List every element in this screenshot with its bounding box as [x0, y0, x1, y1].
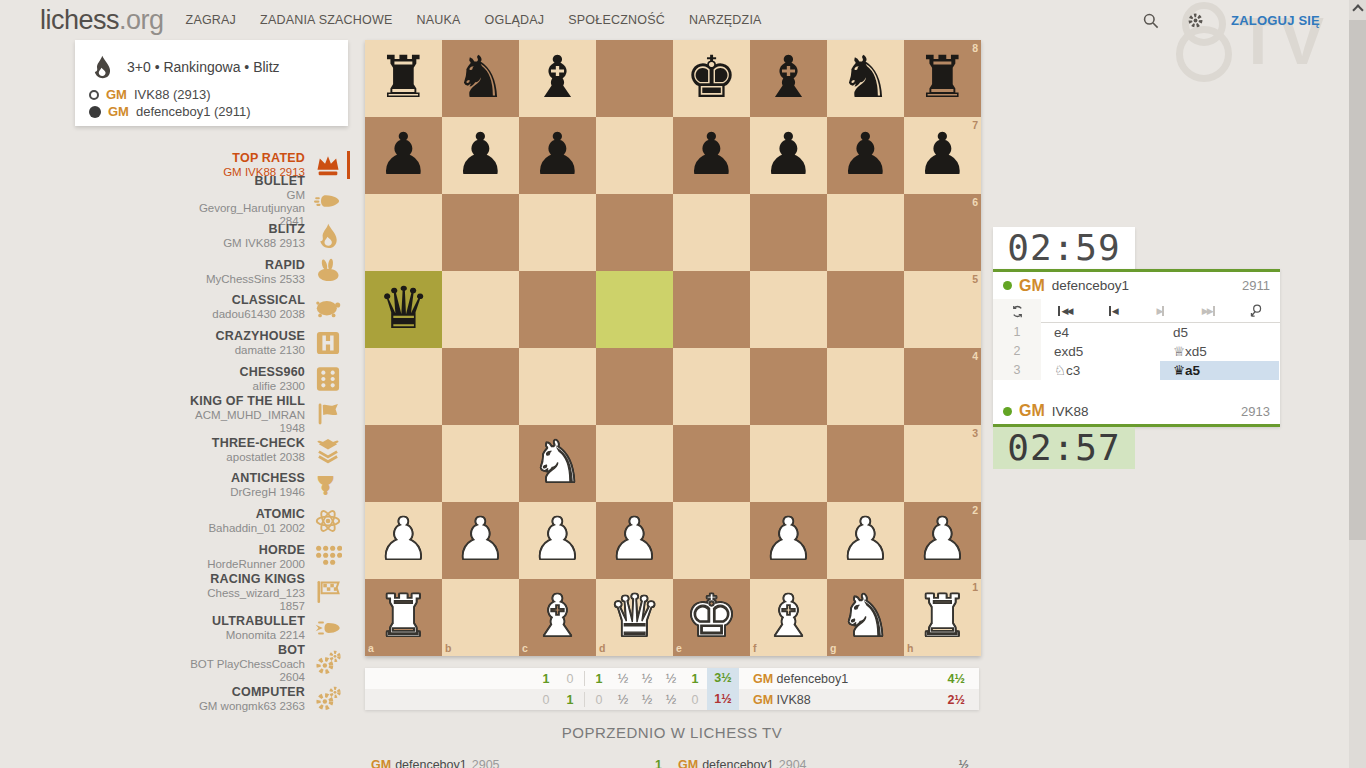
game-result: ½ — [959, 758, 969, 768]
player-rating: 2904 — [779, 758, 807, 768]
three-layers-icon — [314, 436, 342, 464]
ultrabullet-icon — [314, 614, 342, 642]
channel-racing-kings[interactable]: RACING KINGSChess_wizard_123 1857 — [180, 577, 348, 607]
black-bishop[interactable]: ♝ — [519, 40, 596, 117]
gear-icon[interactable] — [1186, 11, 1205, 30]
atom-icon — [314, 507, 342, 535]
player-name: defenceboy1 — [395, 758, 467, 768]
white-move[interactable]: exd5 — [1041, 342, 1160, 361]
square-b3[interactable] — [442, 425, 519, 502]
black-pawn[interactable]: ♟ — [365, 117, 442, 194]
move-toolbar: ◀◀ ◀ ▶ ▶▶ — [993, 299, 1280, 323]
match-score-strip: 101½½½13½GM defenceboy14½010½½½01½GM IVK… — [365, 668, 979, 710]
square-e2[interactable] — [673, 502, 750, 579]
square-e7[interactable]: ♟ — [673, 117, 750, 194]
white-rook[interactable]: ♜ — [365, 579, 442, 656]
square-a1[interactable]: ♜a — [365, 579, 442, 656]
score-row-IVK88[interactable]: 010½½½01½GM IVK882½ — [365, 689, 979, 710]
channel-player: BOT PlayChessCoach 2604 — [180, 658, 305, 684]
black-queen[interactable]: ♛ — [365, 271, 442, 348]
black-pawn[interactable]: ♟ — [904, 117, 981, 194]
black-clock: 02:59 — [993, 227, 1135, 269]
white-pawn[interactable]: ♟ — [904, 502, 981, 579]
square-a2[interactable]: ♟ — [365, 502, 442, 579]
channel-horde[interactable]: HORDEHordeRunner 2000 — [180, 542, 348, 572]
game-result[interactable]: 0 — [587, 693, 611, 707]
analysis-board-icon[interactable] — [1232, 299, 1280, 322]
channel-label: BLITZ — [223, 222, 305, 237]
square-c2[interactable]: ♟ — [519, 502, 596, 579]
black-move[interactable]: ♕xd5 — [1160, 342, 1279, 361]
flag-icon — [314, 400, 342, 428]
file-label-e: e — [676, 642, 682, 654]
black-pawn[interactable]: ♟ — [519, 117, 596, 194]
nav-link-zadania-szachowe[interactable]: ZADANIA SZACHOWE — [260, 13, 392, 27]
online-dot-icon — [1003, 407, 1012, 416]
rank-label-6: 6 — [972, 196, 978, 208]
channel-label: COMPUTER — [199, 685, 305, 700]
nav-link-narzędzia[interactable]: NARZĘDZIA — [689, 13, 762, 27]
login-link[interactable]: ZALOGUJ SIĘ — [1231, 13, 1320, 28]
player-title: GM — [371, 758, 391, 768]
player-name: defenceboy1 — [1052, 278, 1129, 293]
move-number: 3 — [993, 361, 1041, 380]
move-row: 3♘c3♛a5 — [993, 361, 1280, 380]
player-name: defenceboy1 — [702, 758, 774, 768]
square-c3[interactable]: ♞ — [519, 425, 596, 502]
flame-icon — [314, 222, 342, 250]
square-h6[interactable]: 6 — [904, 194, 981, 271]
channel-label: RACING KINGS — [180, 572, 305, 587]
rank-label-1: 1 — [972, 581, 978, 593]
game-result[interactable]: 0 — [683, 693, 707, 707]
square-h7[interactable]: ♟7 — [904, 117, 981, 194]
checkered-flag-icon — [314, 578, 342, 606]
square-d3[interactable] — [596, 425, 673, 502]
gears-icon — [314, 649, 342, 677]
square-e5[interactable] — [673, 271, 750, 348]
black-rook[interactable]: ♜ — [365, 40, 442, 117]
channel-crazyhouse[interactable]: CRAZYHOUSEdamatte 2130 — [180, 328, 348, 358]
square-b6[interactable] — [442, 194, 519, 271]
flip-board-icon[interactable] — [993, 299, 1041, 323]
square-c6[interactable] — [519, 194, 596, 271]
nav-link-zagraj[interactable]: ZAGRAJ — [186, 13, 237, 27]
square-h3[interactable]: 3 — [904, 425, 981, 502]
move-row: 1e4d5 — [993, 323, 1280, 342]
square-h5[interactable]: 5 — [904, 271, 981, 348]
white-queen[interactable]: ♛ — [596, 579, 673, 656]
divider — [584, 692, 585, 707]
white-move[interactable]: e4 — [1041, 323, 1160, 342]
player-title: GM — [678, 758, 698, 768]
pawn-grid-icon — [314, 543, 342, 571]
channel-player: HordeRunner 2000 — [207, 558, 305, 571]
scrollbar-up-arrow-icon[interactable] — [1353, 4, 1362, 13]
square-e1[interactable]: ♚e — [673, 579, 750, 656]
channel-player: dadou61430 2038 — [212, 308, 305, 321]
white-player-name: IVK88 (2913) — [134, 87, 211, 102]
previous-games-row: GMdefenceboy129051GMdefenceboy12904½ — [365, 756, 979, 768]
square-h8[interactable]: ♜8 — [904, 40, 981, 117]
white-pawn[interactable]: ♟ — [519, 502, 596, 579]
overall-score: 4½ — [939, 672, 979, 686]
channel-player: apostatlet 2038 — [212, 451, 305, 464]
black-move[interactable]: d5 — [1160, 323, 1279, 342]
channel-label: ULTRABULLET — [212, 614, 305, 629]
square-e8[interactable]: ♚ — [673, 40, 750, 117]
game-result[interactable]: ½ — [635, 672, 659, 686]
black-player-name: defenceboy1 (2911) — [136, 104, 251, 119]
game-result[interactable]: ½ — [611, 693, 635, 707]
white-pawn[interactable]: ♟ — [365, 502, 442, 579]
square-b5[interactable] — [442, 271, 519, 348]
inverted-pawn-icon: ♟ — [314, 471, 342, 499]
square-b8[interactable]: ♞ — [442, 40, 519, 117]
square-g5[interactable] — [827, 271, 904, 348]
crown-icon — [314, 151, 342, 179]
header: lichess.org ZAGRAJZADANIA SZACHOWENAUKAO… — [0, 0, 1366, 40]
game-result[interactable]: 1 — [534, 672, 558, 686]
square-e3[interactable] — [673, 425, 750, 502]
channel-player: Monomita 2214 — [212, 629, 305, 642]
square-c5[interactable] — [519, 271, 596, 348]
square-a6[interactable] — [365, 194, 442, 271]
game-result[interactable]: 1 — [587, 672, 611, 686]
move-number: 1 — [993, 323, 1041, 342]
game-result[interactable]: 0 — [558, 672, 582, 686]
first-move-button[interactable]: ◀◀ — [1041, 299, 1089, 322]
selected-channel-bar — [347, 151, 350, 179]
rank-label-7: 7 — [972, 119, 978, 131]
black-pawn[interactable]: ♟ — [673, 117, 750, 194]
square-a8[interactable]: ♜ — [365, 40, 442, 117]
score-row-defenceboy1[interactable]: 101½½½13½GM defenceboy14½ — [365, 668, 979, 689]
channel-label: BULLET — [180, 174, 305, 189]
square-d2[interactable]: ♟ — [596, 502, 673, 579]
channel-player: damatte 2130 — [215, 344, 305, 357]
square-f1[interactable]: ♝f — [750, 579, 827, 656]
black-player-title: GM — [108, 104, 129, 119]
search-icon[interactable] — [1141, 11, 1160, 30]
file-label-d: d — [599, 642, 605, 654]
player-name[interactable]: GM IVK88 — [739, 693, 939, 707]
square-d8[interactable] — [596, 40, 673, 117]
channel-rapid[interactable]: RAPIDMyChessSins 2533 — [180, 257, 348, 287]
player-name: IVK88 — [1052, 404, 1089, 419]
black-king[interactable]: ♚ — [673, 40, 750, 117]
white-bishop[interactable]: ♝ — [519, 579, 596, 656]
game-result[interactable]: 1 — [558, 693, 582, 707]
square-f7[interactable]: ♟ — [750, 117, 827, 194]
square-c8[interactable]: ♝ — [519, 40, 596, 117]
square-a3[interactable] — [365, 425, 442, 502]
square-b2[interactable]: ♟ — [442, 502, 519, 579]
player-rating: 2911 — [1242, 278, 1270, 293]
move-list: 1e4d52exd5♕xd53♘c3♛a5 — [993, 323, 1280, 380]
game-result: 1 — [655, 758, 662, 768]
bottom-player-bar[interactable]: GM IVK88 2913 — [993, 398, 1280, 424]
black-player-line[interactable]: GM defenceboy1 (2911) — [89, 103, 334, 120]
file-label-b: b — [445, 642, 451, 654]
square-g2[interactable]: ♟ — [827, 502, 904, 579]
channel-player: Chess_wizard_123 1857 — [180, 587, 305, 613]
channel-atomic[interactable]: ATOMICBahaddin_01 2002 — [180, 506, 348, 536]
match-total: 1½ — [707, 689, 739, 710]
nav-link-oglądaj[interactable]: OGLĄDAJ — [485, 13, 545, 27]
previous-game-card[interactable]: GMdefenceboy129051 — [365, 756, 672, 768]
channel-bullet[interactable]: BULLETGM Gevorg_Harutjunyan 2841 — [180, 186, 348, 216]
next-move-button[interactable]: ▶ — [1137, 299, 1185, 322]
game-result[interactable]: ½ — [611, 672, 635, 686]
square-f5[interactable] — [750, 271, 827, 348]
channel-player: GM wongmk63 2363 — [199, 700, 305, 713]
square-a7[interactable]: ♟ — [365, 117, 442, 194]
channel-computer[interactable]: COMPUTERGM wongmk63 2363 — [180, 684, 348, 714]
square-g4[interactable] — [827, 348, 904, 425]
square-h4[interactable]: 4 — [904, 348, 981, 425]
square-f6[interactable] — [750, 194, 827, 271]
tv-channels-sidebar: TOP RATEDGM IVK88 2913BULLETGM Gevorg_Ha… — [180, 150, 348, 720]
channel-three-check[interactable]: THREE-CHECKapostatlet 2038 — [180, 435, 348, 465]
white-player-title: GM — [106, 87, 127, 102]
channel-player: Bahaddin_01 2002 — [208, 522, 305, 535]
square-d7[interactable] — [596, 117, 673, 194]
square-h2[interactable]: ♟2 — [904, 502, 981, 579]
page-scrollbar[interactable] — [1349, 0, 1366, 768]
die-icon — [314, 365, 342, 393]
white-pawn[interactable]: ♟ — [596, 502, 673, 579]
rank-label-8: 8 — [972, 42, 978, 54]
channel-label: THREE-CHECK — [212, 436, 305, 451]
nav-link-społeczność[interactable]: SPOŁECZNOŚĆ — [568, 13, 665, 27]
square-a5[interactable]: ♛ — [365, 271, 442, 348]
channel-label: CRAZYHOUSE — [215, 329, 305, 344]
top-player-bar[interactable]: GM defenceboy1 2911 — [993, 272, 1280, 299]
channel-label: TOP RATED — [223, 151, 305, 166]
match-total: 3½ — [707, 668, 739, 689]
square-a4[interactable] — [365, 348, 442, 425]
file-label-f: f — [753, 642, 757, 654]
square-b4[interactable] — [442, 348, 519, 425]
nav-link-nauka[interactable]: NAUKA — [416, 13, 460, 27]
gears-icon — [314, 685, 342, 713]
square-c7[interactable]: ♟ — [519, 117, 596, 194]
channel-bot[interactable]: BOTBOT PlayChessCoach 2604 — [180, 648, 348, 678]
white-player-line[interactable]: GM IVK88 (2913) — [89, 86, 334, 103]
channel-classical[interactable]: CLASSICALdadou61430 2038 — [180, 292, 348, 322]
square-h1[interactable]: ♜h1 — [904, 579, 981, 656]
player-name[interactable]: GM defenceboy1 — [739, 672, 939, 686]
white-color-icon — [89, 90, 99, 100]
move-number: 2 — [993, 342, 1041, 361]
square-d1[interactable]: ♛d — [596, 579, 673, 656]
overall-score: 2½ — [939, 693, 979, 707]
player-rating: 2905 — [472, 758, 500, 768]
game-setup-text: 3+0 • Rankingowa • Blitz — [127, 59, 280, 75]
chess-board: ♜♞♝♚♝♞♜8♟♟♟♟♟♟♟76♛54♞3♟♟♟♟♟♟♟2♜ab♝c♛d♚e♝… — [365, 40, 981, 656]
game-result[interactable]: ½ — [635, 693, 659, 707]
channel-label: CLASSICAL — [212, 293, 305, 308]
black-pawn[interactable]: ♟ — [442, 117, 519, 194]
square-g7[interactable]: ♟ — [827, 117, 904, 194]
move-row: 2exd5♕xd5 — [993, 342, 1280, 361]
square-f2[interactable]: ♟ — [750, 502, 827, 579]
white-knight[interactable]: ♞ — [519, 425, 596, 502]
file-label-g: g — [830, 642, 836, 654]
square-d6[interactable] — [596, 194, 673, 271]
square-c1[interactable]: ♝c — [519, 579, 596, 656]
black-knight[interactable]: ♞ — [827, 40, 904, 117]
rank-label-2: 2 — [972, 504, 978, 516]
player-title: GM — [1019, 277, 1045, 295]
channel-player: ACM_MUHD_IMRAN 1948 — [180, 409, 305, 435]
previous-move-button[interactable]: ◀ — [1089, 299, 1137, 322]
game-result[interactable]: ½ — [659, 672, 683, 686]
channel-label: RAPID — [206, 258, 305, 273]
rank-label-5: 5 — [972, 273, 978, 285]
turtle-icon — [314, 293, 342, 321]
crazyhouse-icon — [314, 329, 342, 357]
black-bishop[interactable]: ♝ — [750, 40, 827, 117]
black-rook[interactable]: ♜ — [904, 40, 981, 117]
blitz-flame-icon — [89, 52, 115, 82]
square-f3[interactable] — [750, 425, 827, 502]
square-c4[interactable] — [519, 348, 596, 425]
square-b7[interactable]: ♟ — [442, 117, 519, 194]
channel-player: alifie 2300 — [239, 380, 305, 393]
last-move-button[interactable]: ▶▶ — [1184, 299, 1232, 322]
file-label-h: h — [907, 642, 913, 654]
channel-player: GM IVK88 2913 — [223, 237, 305, 250]
black-pawn[interactable]: ♟ — [827, 117, 904, 194]
channel-ultrabullet[interactable]: ULTRABULLETMonomita 2214 — [180, 613, 348, 643]
game-result[interactable]: ½ — [659, 693, 683, 707]
square-d4[interactable] — [596, 348, 673, 425]
white-move[interactable]: ♘c3 — [1041, 361, 1160, 380]
channel-label: CHESS960 — [239, 365, 305, 380]
channel-antichess[interactable]: ANTICHESSDrGregH 1946♟ — [180, 470, 348, 500]
file-label-c: c — [522, 642, 528, 654]
white-king[interactable]: ♚ — [673, 579, 750, 656]
square-f8[interactable]: ♝ — [750, 40, 827, 117]
channel-label: ANTICHESS — [230, 471, 305, 486]
previous-game-card[interactable]: GMdefenceboy12904½ — [672, 756, 979, 768]
black-color-icon — [89, 106, 101, 118]
player-title: GM — [1019, 402, 1045, 420]
square-e4[interactable] — [673, 348, 750, 425]
channel-label: ATOMIC — [208, 507, 305, 522]
channel-label: HORDE — [207, 543, 305, 558]
white-pawn[interactable]: ♟ — [827, 502, 904, 579]
channel-blitz[interactable]: BLITZGM IVK88 2913 — [180, 221, 348, 251]
rabbit-icon — [314, 258, 342, 286]
divider — [584, 671, 585, 686]
black-move[interactable]: ♛a5 — [1160, 361, 1279, 380]
white-rook[interactable]: ♜ — [904, 579, 981, 656]
online-dot-icon — [1003, 281, 1012, 290]
channel-player: MyChessSins 2533 — [206, 273, 305, 286]
channel-label: BOT — [180, 643, 305, 658]
square-g1[interactable]: ♞g — [827, 579, 904, 656]
square-g3[interactable] — [827, 425, 904, 502]
top-nav: ZAGRAJZADANIA SZACHOWENAUKAOGLĄDAJSPOŁEC… — [186, 13, 762, 27]
rank-label-3: 3 — [972, 427, 978, 439]
game-panel: GM defenceboy1 2911 ◀◀ ◀ ▶ ▶▶ 1e4d52exd5… — [993, 269, 1280, 427]
square-f4[interactable] — [750, 348, 827, 425]
bullet-icon — [314, 187, 342, 215]
square-d5[interactable] — [596, 271, 673, 348]
scrollbar-thumb[interactable] — [1349, 20, 1366, 540]
square-g8[interactable]: ♞ — [827, 40, 904, 117]
game-result[interactable]: 1 — [683, 672, 707, 686]
channel-king-of-the-hill[interactable]: KING OF THE HILLACM_MUHD_IMRAN 1948 — [180, 399, 348, 429]
file-label-a: a — [368, 642, 374, 654]
channel-chess960[interactable]: CHESS960alifie 2300 — [180, 364, 348, 394]
lichess-logo[interactable]: lichess.org — [40, 5, 164, 36]
white-clock-active: 02:57 — [993, 427, 1135, 469]
channel-player: DrGregH 1946 — [230, 486, 305, 499]
channel-label: KING OF THE HILL — [180, 394, 305, 409]
square-g6[interactable] — [827, 194, 904, 271]
square-e6[interactable] — [673, 194, 750, 271]
rank-label-4: 4 — [972, 350, 978, 362]
black-pawn[interactable]: ♟ — [750, 117, 827, 194]
white-pawn[interactable]: ♟ — [750, 502, 827, 579]
square-b1[interactable]: b — [442, 579, 519, 656]
game-info-card: 3+0 • Rankingowa • Blitz GM IVK88 (2913)… — [75, 40, 348, 126]
player-rating: 2913 — [1241, 404, 1270, 419]
white-bishop[interactable]: ♝ — [750, 579, 827, 656]
white-knight[interactable]: ♞ — [827, 579, 904, 656]
black-knight[interactable]: ♞ — [442, 40, 519, 117]
game-result[interactable]: 0 — [534, 693, 558, 707]
white-pawn[interactable]: ♟ — [442, 502, 519, 579]
previous-tv-heading: POPRZEDNIO W LICHESS TV — [365, 724, 979, 741]
